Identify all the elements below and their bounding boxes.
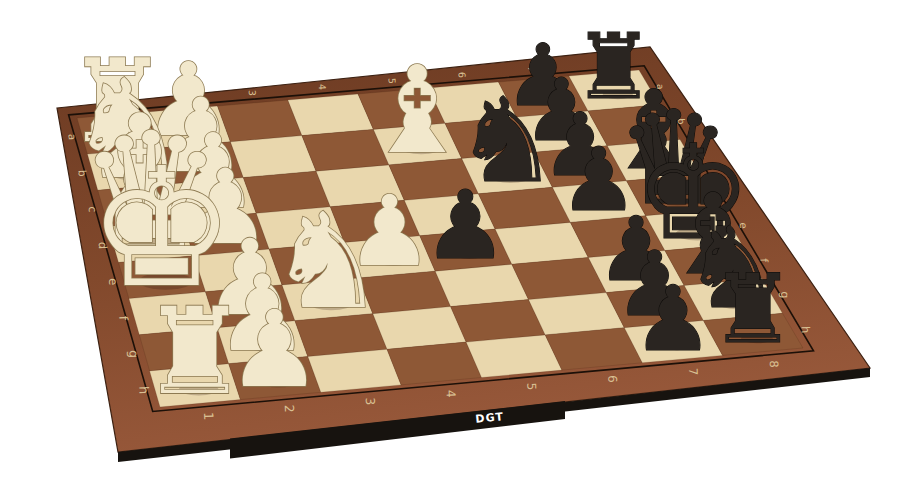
rank-label-near-4: 4: [444, 390, 458, 398]
rank-label-near-3: 3: [363, 397, 378, 405]
dgt-logo: DGT: [475, 410, 505, 426]
file-label-right-h: h: [799, 326, 813, 334]
rank-label-near-5: 5: [524, 382, 538, 390]
piece-black-pawn-h7[interactable]: ♟: [633, 266, 714, 371]
square-h4[interactable]: [387, 342, 482, 385]
piece-black-rook-h8[interactable]: ♜: [710, 253, 796, 365]
square-h5[interactable]: [466, 335, 562, 378]
piece-black-pawn-e5[interactable]: ♟: [423, 170, 508, 280]
chess-board: DGT1122334455667788aabbccddeeffgghh♜♟♟♟♜…: [0, 0, 907, 500]
rank-label-far-3: 3: [247, 90, 258, 96]
board-photo-stage: DGT1122334455667788aabbccddeeffgghh♜♟♟♟♜…: [0, 0, 907, 500]
piece-white-rook-h1[interactable]: ♜: [141, 282, 248, 421]
rank-label-far-4: 4: [317, 84, 328, 90]
file-label-left-g: g: [126, 350, 141, 358]
square-g5[interactable]: [451, 300, 546, 343]
rank-label-near-6: 6: [605, 375, 619, 383]
square-g4[interactable]: [373, 307, 466, 350]
